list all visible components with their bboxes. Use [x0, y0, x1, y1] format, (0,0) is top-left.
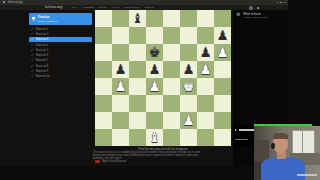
square-e4[interactable]: [163, 78, 180, 95]
black-pawn[interactable]: ♟: [180, 61, 197, 78]
sidebar-item-label: Exercise 9: [36, 70, 48, 73]
square-g5[interactable]: ♟: [197, 61, 214, 78]
sidebar-item-label: Exercise 3: [36, 38, 48, 41]
square-b8[interactable]: [112, 10, 129, 27]
sidebar-item[interactable]: ✓Exercise 10: [29, 74, 92, 79]
play-icon: [235, 129, 237, 131]
lichess-logo[interactable]: lichess.org: [45, 5, 62, 9]
nav-item-community[interactable]: COMMUNITY: [124, 6, 140, 9]
square-f8[interactable]: [180, 10, 197, 27]
webcam-video: [254, 126, 320, 180]
menu-icon[interactable]: [263, 7, 266, 9]
square-b2[interactable]: [112, 112, 129, 129]
square-g7[interactable]: [197, 27, 214, 44]
white-bishop[interactable]: ♝: [146, 129, 163, 146]
square-e8[interactable]: [163, 10, 180, 27]
video-link-label: Watch the full lesson: [102, 160, 126, 163]
check-icon: ✓: [31, 44, 34, 47]
sidebar-item-label: Exercise 5: [36, 49, 48, 52]
square-f4[interactable]: ♚: [180, 78, 197, 95]
square-e1[interactable]: [163, 129, 180, 146]
white-pawn[interactable]: ♟: [180, 112, 197, 129]
square-d5[interactable]: ♟: [146, 61, 163, 78]
square-c4[interactable]: [129, 78, 146, 95]
square-c6[interactable]: [129, 44, 146, 61]
square-a4[interactable]: [95, 78, 112, 95]
square-g2[interactable]: [197, 112, 214, 129]
practice-subtitle: Bishop endgames: [38, 20, 57, 23]
square-d8[interactable]: [146, 10, 163, 27]
square-f5[interactable]: ♟: [180, 61, 197, 78]
square-h3[interactable]: [214, 95, 231, 112]
square-b5[interactable]: ♟: [112, 61, 129, 78]
practice-banner[interactable]: Practice Bishop endgames: [29, 13, 92, 25]
square-h8[interactable]: [214, 10, 231, 27]
nav-item-tools[interactable]: TOOLS: [144, 6, 153, 9]
streamer-shirt: [261, 157, 305, 180]
square-c8[interactable]: ♝: [129, 10, 146, 27]
check-icon: ✓: [31, 59, 34, 62]
square-b7[interactable]: [112, 27, 129, 44]
white-king[interactable]: ♚: [180, 78, 197, 95]
square-d1[interactable]: ♝: [146, 129, 163, 146]
square-d3[interactable]: [146, 95, 163, 112]
square-h1[interactable]: [214, 129, 231, 146]
square-d6[interactable]: ♚: [146, 44, 163, 61]
square-d4[interactable]: ♟: [146, 78, 163, 95]
graduation-cap-icon: [32, 17, 36, 20]
square-c3[interactable]: [129, 95, 146, 112]
sidebar-item-label: Exercise 7: [36, 59, 48, 62]
square-h6[interactable]: ♟: [214, 44, 231, 61]
check-icon: ✓: [31, 33, 34, 36]
square-e2[interactable]: [163, 112, 180, 129]
black-pawn[interactable]: ♟: [197, 44, 214, 61]
nav-menu: PLAYPUZZLESLEARNWATCHCOMMUNITYTOOLS: [72, 6, 153, 9]
headphones-icon: [271, 143, 275, 149]
square-e3[interactable]: [163, 95, 180, 112]
overlay-text-bar: [239, 129, 254, 131]
white-pawn[interactable]: ♟: [197, 61, 214, 78]
nav-item-watch[interactable]: WATCH: [111, 6, 120, 9]
square-g3[interactable]: [197, 95, 214, 112]
nav-item-learn[interactable]: LEARN: [98, 6, 107, 9]
overlay-text-bar: [235, 139, 248, 141]
sidebar-item-label: Exercise 2: [36, 33, 48, 36]
webcam-watermark: [297, 174, 317, 176]
sidebar-item-label: Exercise 8: [36, 65, 48, 68]
square-a6[interactable]: [95, 44, 112, 61]
white-pawn[interactable]: ♟: [214, 44, 231, 61]
check-icon: ✓: [31, 28, 34, 31]
square-a2[interactable]: [95, 112, 112, 129]
square-e7[interactable]: [163, 27, 180, 44]
sidebar-item-label: Exercise 4: [36, 44, 48, 47]
square-g8[interactable]: [197, 10, 214, 27]
sidebar-item-label: Exercise 6: [36, 54, 48, 57]
square-a5[interactable]: [95, 61, 112, 78]
square-e6[interactable]: [163, 44, 180, 61]
streamer-hair: [273, 133, 288, 139]
chess-board: ♝♟♚♟♟♟♟♟♟♟♟♚♟♝: [95, 10, 231, 146]
notifications-icon[interactable]: [257, 7, 259, 9]
square-h4[interactable]: [214, 78, 231, 95]
black-king[interactable]: ♚: [146, 44, 163, 61]
square-h5[interactable]: [214, 61, 231, 78]
square-g6[interactable]: ♟: [197, 44, 214, 61]
check-icon: ✓: [31, 65, 34, 68]
square-g4[interactable]: [197, 78, 214, 95]
white-king-icon: ♔: [236, 12, 240, 17]
square-f2[interactable]: ♟: [180, 112, 197, 129]
square-c7[interactable]: [129, 27, 146, 44]
check-icon: ✓: [31, 75, 34, 78]
square-a7[interactable]: [95, 27, 112, 44]
streamer-neck: [277, 152, 286, 159]
square-f1[interactable]: [180, 129, 197, 146]
nav-item-puzzles[interactable]: PUZZLES: [83, 6, 95, 9]
square-f3[interactable]: [180, 95, 197, 112]
white-pawn[interactable]: ♟: [112, 78, 129, 95]
goal-text: Practice your technique: [243, 16, 268, 19]
check-icon: ✓: [31, 38, 34, 41]
sidebar-item-label: Exercise 1: [36, 28, 48, 31]
black-pawn[interactable]: ♟: [146, 61, 163, 78]
square-a8[interactable]: [95, 10, 112, 27]
video-icon[interactable]: [95, 160, 100, 164]
practice-title: Practice: [38, 15, 50, 19]
square-c1[interactable]: [129, 129, 146, 146]
check-icon: ✓: [31, 49, 34, 52]
white-pawn[interactable]: ♟: [146, 78, 163, 95]
webcam-overlay: [254, 124, 320, 180]
black-pawn[interactable]: ♟: [112, 61, 129, 78]
square-b4[interactable]: ♟: [112, 78, 129, 95]
video-link-row[interactable]: Watch the full lesson: [95, 160, 126, 164]
square-h2[interactable]: [214, 112, 231, 129]
square-f7[interactable]: [180, 27, 197, 44]
window-controls[interactable]: [277, 2, 286, 4]
square-b6[interactable]: [112, 44, 129, 61]
square-a1[interactable]: [95, 129, 112, 146]
square-c5[interactable]: [129, 61, 146, 78]
stream-screenshot: lichess.org lichess.org PLAYPUZZLESLEARN…: [0, 0, 320, 180]
square-h7[interactable]: ♟: [214, 27, 231, 44]
nav-item-play[interactable]: PLAY: [72, 6, 79, 9]
black-pawn[interactable]: ♟: [214, 27, 231, 44]
tab-favicon: [3, 1, 5, 3]
square-d7[interactable]: [146, 27, 163, 44]
sidebar-item-label: Exercise 10: [36, 75, 50, 78]
check-icon: ✓: [31, 70, 34, 73]
square-b1[interactable]: [112, 129, 129, 146]
square-b3[interactable]: [112, 95, 129, 112]
square-g1[interactable]: [197, 129, 214, 146]
square-f6[interactable]: [180, 44, 197, 61]
square-a3[interactable]: [95, 95, 112, 112]
square-d2[interactable]: [146, 112, 163, 129]
practice-list: ✓Exercise 1✓Exercise 2✓Exercise 3✓Exerci…: [29, 27, 92, 80]
room-window: [292, 130, 315, 154]
black-bishop[interactable]: ♝: [129, 10, 146, 27]
check-icon: ✓: [31, 54, 34, 57]
square-e5[interactable]: [163, 61, 180, 78]
square-c2[interactable]: [129, 112, 146, 129]
